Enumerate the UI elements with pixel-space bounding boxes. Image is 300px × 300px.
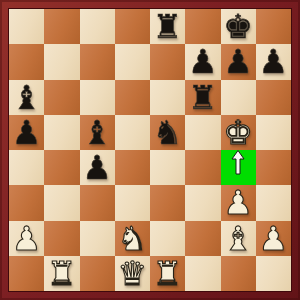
square-e6[interactable] — [150, 80, 185, 115]
square-b4[interactable] — [44, 150, 79, 185]
square-h6[interactable] — [256, 80, 291, 115]
move-arrow-up-icon — [231, 150, 246, 175]
piece-black-bishop[interactable]: ♝ — [82, 116, 112, 149]
piece-black-knight[interactable]: ♞ — [153, 116, 183, 149]
piece-white-bishop[interactable]: ♝ — [223, 222, 253, 255]
square-d5[interactable] — [115, 115, 150, 150]
square-h5[interactable] — [256, 115, 291, 150]
square-c7[interactable] — [80, 44, 115, 79]
piece-white-pawn[interactable]: ♟ — [223, 186, 253, 219]
piece-white-queen[interactable]: ♛ — [118, 257, 148, 290]
square-e1[interactable]: ♜ — [150, 256, 185, 291]
square-c2[interactable] — [80, 221, 115, 256]
square-d8[interactable] — [115, 9, 150, 44]
piece-white-rook[interactable]: ♜ — [47, 257, 77, 290]
square-b6[interactable] — [44, 80, 79, 115]
square-a8[interactable] — [9, 9, 44, 44]
square-a3[interactable] — [9, 185, 44, 220]
square-f3[interactable] — [185, 185, 220, 220]
piece-white-rook[interactable]: ♜ — [153, 257, 183, 290]
piece-black-pawn[interactable]: ♟ — [12, 116, 42, 149]
square-f1[interactable] — [185, 256, 220, 291]
square-g5[interactable]: ♚ — [221, 115, 256, 150]
piece-white-knight[interactable]: ♞ — [118, 222, 148, 255]
square-c4[interactable]: ♟ — [80, 150, 115, 185]
piece-white-pawn[interactable]: ♟ — [12, 222, 42, 255]
square-d4[interactable] — [115, 150, 150, 185]
square-e7[interactable] — [150, 44, 185, 79]
square-d1[interactable]: ♛ — [115, 256, 150, 291]
piece-black-pawn[interactable]: ♟ — [188, 45, 218, 78]
square-h7[interactable]: ♟ — [256, 44, 291, 79]
square-e3[interactable] — [150, 185, 185, 220]
square-b1[interactable]: ♜ — [44, 256, 79, 291]
piece-black-rook[interactable]: ♜ — [188, 81, 218, 114]
square-c5[interactable]: ♝ — [80, 115, 115, 150]
square-d7[interactable] — [115, 44, 150, 79]
square-a4[interactable] — [9, 150, 44, 185]
square-g6[interactable] — [221, 80, 256, 115]
square-f6[interactable]: ♜ — [185, 80, 220, 115]
square-b2[interactable] — [44, 221, 79, 256]
board-frame: ♜♚♟♟♟♝♜♟♝♞♚♟♟♟♞♝♟♜♛♜ — [0, 0, 300, 300]
square-e4[interactable] — [150, 150, 185, 185]
square-h4[interactable] — [256, 150, 291, 185]
piece-black-rook[interactable]: ♜ — [153, 10, 183, 43]
square-e8[interactable]: ♜ — [150, 9, 185, 44]
square-g1[interactable] — [221, 256, 256, 291]
square-b5[interactable] — [44, 115, 79, 150]
square-g2[interactable]: ♝ — [221, 221, 256, 256]
square-a5[interactable]: ♟ — [9, 115, 44, 150]
piece-white-pawn[interactable]: ♟ — [259, 222, 289, 255]
square-b8[interactable] — [44, 9, 79, 44]
piece-black-pawn[interactable]: ♟ — [82, 151, 112, 184]
square-e2[interactable] — [150, 221, 185, 256]
square-h3[interactable] — [256, 185, 291, 220]
square-h8[interactable] — [256, 9, 291, 44]
square-c3[interactable] — [80, 185, 115, 220]
square-f2[interactable] — [185, 221, 220, 256]
square-c6[interactable] — [80, 80, 115, 115]
square-a7[interactable] — [9, 44, 44, 79]
piece-black-king[interactable]: ♚ — [223, 10, 253, 43]
square-h2[interactable]: ♟ — [256, 221, 291, 256]
chess-board: ♜♚♟♟♟♝♜♟♝♞♚♟♟♟♞♝♟♜♛♜ — [9, 9, 291, 291]
piece-black-bishop[interactable]: ♝ — [12, 81, 42, 114]
square-d6[interactable] — [115, 80, 150, 115]
square-h1[interactable] — [256, 256, 291, 291]
square-f5[interactable] — [185, 115, 220, 150]
square-f4[interactable] — [185, 150, 220, 185]
square-d3[interactable] — [115, 185, 150, 220]
square-f8[interactable] — [185, 9, 220, 44]
square-c8[interactable] — [80, 9, 115, 44]
square-g7[interactable]: ♟ — [221, 44, 256, 79]
piece-black-pawn[interactable]: ♟ — [223, 45, 253, 78]
square-g8[interactable]: ♚ — [221, 9, 256, 44]
square-a6[interactable]: ♝ — [9, 80, 44, 115]
square-b3[interactable] — [44, 185, 79, 220]
square-g3[interactable]: ♟ — [221, 185, 256, 220]
square-a2[interactable]: ♟ — [9, 221, 44, 256]
square-c1[interactable] — [80, 256, 115, 291]
piece-white-king[interactable]: ♚ — [223, 116, 253, 149]
square-e5[interactable]: ♞ — [150, 115, 185, 150]
square-f7[interactable]: ♟ — [185, 44, 220, 79]
square-a1[interactable] — [9, 256, 44, 291]
square-b7[interactable] — [44, 44, 79, 79]
piece-black-pawn[interactable]: ♟ — [259, 45, 289, 78]
square-g4[interactable] — [221, 150, 256, 185]
square-d2[interactable]: ♞ — [115, 221, 150, 256]
